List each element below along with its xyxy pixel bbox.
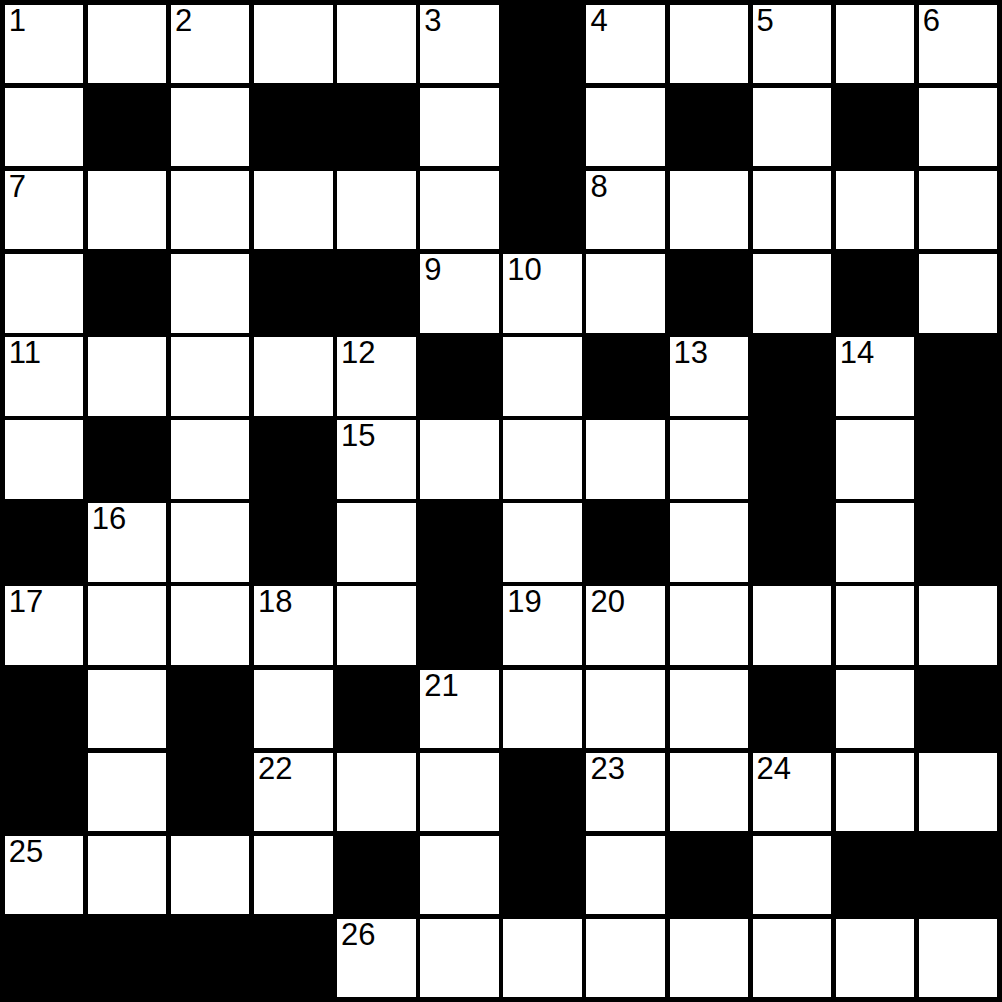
- cell-r5-c5[interactable]: [420, 420, 499, 499]
- cell-r9-c1[interactable]: [88, 753, 167, 832]
- cell-r10-c3[interactable]: [254, 836, 333, 915]
- block-r0-c6: [503, 5, 582, 84]
- clue-number-9: 9: [424, 254, 441, 287]
- cell-r4-c4[interactable]: 12: [337, 337, 416, 416]
- cell-r8-c8[interactable]: [670, 670, 749, 749]
- cell-r5-c8[interactable]: [670, 420, 749, 499]
- block-r1-c8: [670, 88, 749, 167]
- cell-r10-c2[interactable]: [171, 836, 250, 915]
- cell-r9-c11[interactable]: [919, 753, 998, 832]
- clue-number-8: 8: [590, 171, 607, 204]
- cell-r9-c8[interactable]: [670, 753, 749, 832]
- clue-number-3: 3: [424, 5, 441, 38]
- cell-r3-c7[interactable]: [586, 254, 665, 333]
- cell-r6-c10[interactable]: [836, 503, 915, 582]
- cell-r7-c7[interactable]: 20: [586, 586, 665, 665]
- cell-r0-c1[interactable]: [88, 5, 167, 84]
- cell-r8-c1[interactable]: [88, 670, 167, 749]
- cell-r7-c3[interactable]: 18: [254, 586, 333, 665]
- cell-r2-c10[interactable]: [836, 171, 915, 250]
- cell-r2-c3[interactable]: [254, 171, 333, 250]
- cell-r4-c6[interactable]: [503, 337, 582, 416]
- cell-r6-c1[interactable]: 16: [88, 503, 167, 582]
- clue-number-5: 5: [757, 5, 774, 38]
- block-r8-c4: [337, 670, 416, 749]
- cell-r9-c4[interactable]: [337, 753, 416, 832]
- clue-number-24: 24: [757, 753, 791, 786]
- cell-r11-c5[interactable]: [420, 919, 499, 998]
- cell-r0-c0[interactable]: 1: [5, 5, 84, 84]
- block-r4-c7: [586, 337, 665, 416]
- cell-r3-c5[interactable]: 9: [420, 254, 499, 333]
- block-r10-c4: [337, 836, 416, 915]
- block-r8-c11: [919, 670, 998, 749]
- cell-r4-c2[interactable]: [171, 337, 250, 416]
- block-r3-c8: [670, 254, 749, 333]
- cell-r5-c6[interactable]: [503, 420, 582, 499]
- cell-r6-c8[interactable]: [670, 503, 749, 582]
- clue-number-21: 21: [424, 670, 458, 703]
- block-r3-c4: [337, 254, 416, 333]
- block-r11-c1: [88, 919, 167, 998]
- clue-number-1: 1: [9, 5, 26, 38]
- cell-r1-c2[interactable]: [171, 88, 250, 167]
- cell-r2-c5[interactable]: [420, 171, 499, 250]
- cell-r7-c2[interactable]: [171, 586, 250, 665]
- cell-r0-c5[interactable]: 3: [420, 5, 499, 84]
- cell-r10-c0[interactable]: 25: [5, 836, 84, 915]
- clue-number-2: 2: [175, 5, 192, 38]
- clue-number-12: 12: [341, 337, 375, 370]
- cell-r7-c0[interactable]: 17: [5, 586, 84, 665]
- block-r7-c5: [420, 586, 499, 665]
- cell-r2-c2[interactable]: [171, 171, 250, 250]
- block-r1-c3: [254, 88, 333, 167]
- cell-r4-c10[interactable]: 14: [836, 337, 915, 416]
- clue-number-18: 18: [258, 586, 292, 619]
- block-r11-c2: [171, 919, 250, 998]
- block-r6-c11: [919, 503, 998, 582]
- cell-r0-c8[interactable]: [670, 5, 749, 84]
- cell-r6-c4[interactable]: [337, 503, 416, 582]
- block-r9-c2: [171, 753, 250, 832]
- block-r8-c0: [5, 670, 84, 749]
- cell-r1-c9[interactable]: [753, 88, 832, 167]
- cell-r8-c7[interactable]: [586, 670, 665, 749]
- cell-r6-c2[interactable]: [171, 503, 250, 582]
- cell-r0-c9[interactable]: 5: [753, 5, 832, 84]
- block-r9-c0: [5, 753, 84, 832]
- cell-r2-c8[interactable]: [670, 171, 749, 250]
- clue-number-10: 10: [507, 254, 541, 287]
- cell-r8-c3[interactable]: [254, 670, 333, 749]
- cell-r8-c10[interactable]: [836, 670, 915, 749]
- cell-r5-c0[interactable]: [5, 420, 84, 499]
- cell-r11-c10[interactable]: [836, 919, 915, 998]
- cell-r2-c11[interactable]: [919, 171, 998, 250]
- cell-r2-c9[interactable]: [753, 171, 832, 250]
- clue-number-25: 25: [9, 836, 43, 869]
- cell-r9-c5[interactable]: [420, 753, 499, 832]
- cell-r3-c6[interactable]: 10: [503, 254, 582, 333]
- block-r2-c6: [503, 171, 582, 250]
- block-r4-c5: [420, 337, 499, 416]
- clue-number-13: 13: [674, 337, 708, 370]
- cell-r11-c7[interactable]: [586, 919, 665, 998]
- cell-r9-c9[interactable]: 24: [753, 753, 832, 832]
- block-r1-c6: [503, 88, 582, 167]
- clue-number-17: 17: [9, 586, 43, 619]
- cell-r11-c8[interactable]: [670, 919, 749, 998]
- block-r10-c8: [670, 836, 749, 915]
- block-r5-c9: [753, 420, 832, 499]
- block-r6-c3: [254, 503, 333, 582]
- block-r5-c1: [88, 420, 167, 499]
- clue-number-23: 23: [590, 753, 624, 786]
- block-r6-c0: [5, 503, 84, 582]
- cell-r2-c4[interactable]: [337, 171, 416, 250]
- block-r1-c10: [836, 88, 915, 167]
- clue-number-15: 15: [341, 420, 375, 453]
- cell-r7-c10[interactable]: [836, 586, 915, 665]
- crossword-board: 1234567891011121314151617181920212223242…: [0, 0, 1002, 1002]
- cell-r9-c10[interactable]: [836, 753, 915, 832]
- clue-number-20: 20: [590, 586, 624, 619]
- cell-r6-c6[interactable]: [503, 503, 582, 582]
- cell-r7-c8[interactable]: [670, 586, 749, 665]
- block-r8-c2: [171, 670, 250, 749]
- cell-r7-c4[interactable]: [337, 586, 416, 665]
- cell-r5-c7[interactable]: [586, 420, 665, 499]
- cell-r8-c5[interactable]: 21: [420, 670, 499, 749]
- cell-r5-c4[interactable]: 15: [337, 420, 416, 499]
- cell-r11-c11[interactable]: [919, 919, 998, 998]
- clue-number-14: 14: [840, 337, 874, 370]
- block-r11-c0: [5, 919, 84, 998]
- cell-r1-c0[interactable]: [5, 88, 84, 167]
- cell-r7-c11[interactable]: [919, 586, 998, 665]
- clue-number-4: 4: [590, 5, 607, 38]
- block-r6-c7: [586, 503, 665, 582]
- cell-r0-c3[interactable]: [254, 5, 333, 84]
- cell-r7-c6[interactable]: 19: [503, 586, 582, 665]
- block-r10-c10: [836, 836, 915, 915]
- block-r10-c6: [503, 836, 582, 915]
- clue-number-22: 22: [258, 753, 292, 786]
- block-r1-c4: [337, 88, 416, 167]
- cell-r1-c11[interactable]: [919, 88, 998, 167]
- block-r6-c5: [420, 503, 499, 582]
- cell-r0-c10[interactable]: [836, 5, 915, 84]
- cell-r4-c8[interactable]: 13: [670, 337, 749, 416]
- cell-r10-c5[interactable]: [420, 836, 499, 915]
- cell-r10-c7[interactable]: [586, 836, 665, 915]
- block-r5-c11: [919, 420, 998, 499]
- cell-r1-c5[interactable]: [420, 88, 499, 167]
- cell-r5-c2[interactable]: [171, 420, 250, 499]
- cell-r0-c7[interactable]: 4: [586, 5, 665, 84]
- block-r3-c1: [88, 254, 167, 333]
- cell-r4-c3[interactable]: [254, 337, 333, 416]
- cell-r8-c6[interactable]: [503, 670, 582, 749]
- cell-r2-c1[interactable]: [88, 171, 167, 250]
- clue-number-16: 16: [92, 503, 126, 536]
- cell-r2-c0[interactable]: 7: [5, 171, 84, 250]
- clue-number-26: 26: [341, 919, 375, 952]
- block-r11-c3: [254, 919, 333, 998]
- cell-r1-c7[interactable]: [586, 88, 665, 167]
- cell-r10-c1[interactable]: [88, 836, 167, 915]
- cell-r10-c9[interactable]: [753, 836, 832, 915]
- block-r4-c11: [919, 337, 998, 416]
- cell-r11-c6[interactable]: [503, 919, 582, 998]
- cell-r3-c0[interactable]: [5, 254, 84, 333]
- block-r3-c3: [254, 254, 333, 333]
- cell-r4-c1[interactable]: [88, 337, 167, 416]
- cell-r3-c2[interactable]: [171, 254, 250, 333]
- cell-r2-c7[interactable]: 8: [586, 171, 665, 250]
- cell-r11-c4[interactable]: 26: [337, 919, 416, 998]
- cell-r11-c9[interactable]: [753, 919, 832, 998]
- cell-r9-c3[interactable]: 22: [254, 753, 333, 832]
- cell-r0-c2[interactable]: 2: [171, 5, 250, 84]
- block-r1-c1: [88, 88, 167, 167]
- block-r3-c10: [836, 254, 915, 333]
- cell-r5-c10[interactable]: [836, 420, 915, 499]
- block-r8-c9: [753, 670, 832, 749]
- cell-r7-c9[interactable]: [753, 586, 832, 665]
- cell-r9-c7[interactable]: 23: [586, 753, 665, 832]
- cell-r3-c11[interactable]: [919, 254, 998, 333]
- block-r6-c9: [753, 503, 832, 582]
- cell-r4-c0[interactable]: 11: [5, 337, 84, 416]
- cell-r0-c11[interactable]: 6: [919, 5, 998, 84]
- clue-number-11: 11: [9, 337, 41, 370]
- block-r4-c9: [753, 337, 832, 416]
- cell-r7-c1[interactable]: [88, 586, 167, 665]
- cell-r3-c9[interactable]: [753, 254, 832, 333]
- clue-number-19: 19: [507, 586, 541, 619]
- cell-r0-c4[interactable]: [337, 5, 416, 84]
- block-r10-c11: [919, 836, 998, 915]
- clue-number-7: 7: [9, 171, 26, 204]
- clue-number-6: 6: [923, 5, 940, 38]
- block-r9-c6: [503, 753, 582, 832]
- block-r5-c3: [254, 420, 333, 499]
